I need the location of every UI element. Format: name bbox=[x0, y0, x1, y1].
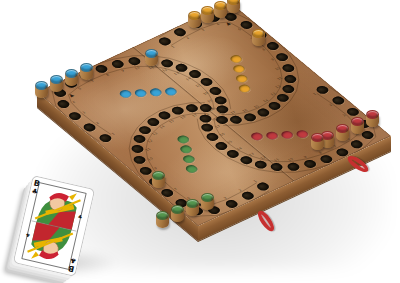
track-hole bbox=[228, 115, 245, 125]
track-hole bbox=[275, 93, 292, 103]
peg-cap-red bbox=[366, 110, 379, 119]
yellow-peg[interactable] bbox=[188, 11, 201, 28]
track-hole bbox=[242, 112, 259, 122]
track-number: 11 bbox=[273, 158, 280, 162]
yellow-peg[interactable] bbox=[214, 1, 227, 18]
finish-hole-yellow bbox=[228, 54, 245, 64]
product-photo-scene: 123456789101112131415161718▲123456789101… bbox=[0, 0, 400, 283]
track-hole bbox=[349, 139, 366, 149]
yellow-peg[interactable] bbox=[201, 6, 214, 23]
peg-cap-blue bbox=[145, 49, 158, 58]
track-hole bbox=[280, 84, 297, 94]
track-number: 2 bbox=[238, 189, 243, 192]
track-number: 11 bbox=[276, 76, 283, 80]
track-hole bbox=[280, 63, 297, 73]
peg-cap-blue bbox=[80, 63, 93, 72]
track-number: 12 bbox=[274, 85, 281, 89]
track-number: 10 bbox=[147, 157, 154, 161]
red-peg[interactable] bbox=[351, 117, 364, 134]
track-number: 2 bbox=[95, 121, 100, 124]
track-number: 14 bbox=[236, 147, 243, 151]
peg-cap-blue bbox=[65, 69, 78, 78]
green-peg[interactable] bbox=[171, 205, 184, 222]
green-peg[interactable] bbox=[186, 199, 199, 216]
board-fold-seam bbox=[132, 47, 295, 182]
peg-cap-green bbox=[201, 193, 214, 202]
track-number: 16 bbox=[179, 115, 186, 119]
finish-hole-blue bbox=[163, 86, 180, 96]
track-hole bbox=[93, 64, 110, 74]
finish-hole-blue bbox=[148, 87, 165, 97]
finish-hole-yellow bbox=[234, 73, 251, 83]
track-number: 7 bbox=[90, 80, 95, 83]
track-number: 16 bbox=[242, 109, 249, 113]
track-number: 4 bbox=[216, 23, 221, 26]
track-number: 8 bbox=[105, 73, 110, 76]
green-peg[interactable] bbox=[201, 193, 214, 210]
track-number: 12 bbox=[161, 68, 168, 72]
track-hole bbox=[285, 162, 302, 172]
finish-hole-green bbox=[181, 154, 198, 164]
peg-cap-red bbox=[351, 117, 364, 126]
peg-cap-green bbox=[156, 211, 169, 220]
track-number: 9 bbox=[270, 58, 275, 61]
yellow-peg[interactable] bbox=[252, 29, 265, 46]
green-peg[interactable] bbox=[152, 171, 165, 188]
red-peg[interactable] bbox=[311, 133, 324, 150]
track-number: 14 bbox=[185, 77, 192, 81]
track-hole bbox=[255, 181, 272, 191]
track-number: 6 bbox=[237, 28, 242, 31]
track-number: 9 bbox=[120, 69, 125, 72]
track-hole bbox=[282, 74, 299, 84]
finish-hole-green bbox=[178, 144, 195, 154]
peg-cap-red bbox=[336, 124, 349, 133]
track-number: 7 bbox=[333, 145, 338, 148]
track-number: 1 bbox=[170, 45, 175, 48]
track-hole bbox=[265, 41, 282, 51]
blue-peg[interactable] bbox=[50, 75, 63, 92]
red-peg[interactable] bbox=[336, 124, 349, 141]
red-peg[interactable] bbox=[366, 110, 379, 127]
track-number: 9 bbox=[153, 167, 158, 170]
peg-cap-green bbox=[171, 205, 184, 214]
track-number: 16 bbox=[219, 132, 226, 136]
green-peg[interactable] bbox=[156, 211, 169, 228]
track-number: 2 bbox=[328, 103, 333, 106]
track-number: 17 bbox=[207, 99, 214, 103]
track-hole bbox=[159, 58, 176, 68]
track-hole bbox=[302, 159, 319, 169]
finish-hole-red bbox=[264, 130, 281, 140]
track-number: 13 bbox=[151, 132, 158, 136]
track-number: 14 bbox=[159, 125, 166, 129]
peg-cap-blue bbox=[35, 81, 48, 90]
peg-cap-yellow bbox=[188, 11, 201, 20]
track-hole bbox=[97, 133, 114, 143]
blue-peg[interactable] bbox=[35, 81, 48, 98]
finish-hole-red bbox=[294, 129, 311, 139]
peg-cap-yellow bbox=[201, 6, 214, 15]
peg-cap-yellow bbox=[252, 29, 265, 38]
track-number: 7 bbox=[173, 187, 178, 190]
track-number: 12 bbox=[147, 139, 154, 143]
peg-cap-green bbox=[152, 171, 165, 180]
track-hole bbox=[330, 95, 347, 105]
track-hole bbox=[131, 134, 148, 144]
track-number: 13 bbox=[270, 92, 277, 96]
track-hole bbox=[126, 56, 143, 66]
finish-hole-yellow bbox=[236, 83, 253, 93]
track-number: 6 bbox=[77, 87, 82, 90]
track-number: 17 bbox=[191, 113, 198, 117]
track-hole bbox=[266, 101, 283, 111]
track-number: 11 bbox=[148, 66, 155, 70]
track-number: 4 bbox=[71, 100, 76, 103]
track-number: 16 bbox=[202, 91, 209, 95]
finish-hole-red bbox=[279, 130, 296, 140]
blue-peg[interactable] bbox=[145, 49, 158, 66]
finish-hole-red bbox=[249, 131, 266, 141]
track-hole bbox=[184, 103, 201, 113]
track-number: 9 bbox=[303, 156, 308, 159]
track-number: 14 bbox=[263, 99, 270, 103]
track-number: 3 bbox=[223, 196, 228, 199]
track-number: 1 bbox=[111, 132, 116, 135]
track-number: 15 bbox=[253, 105, 260, 109]
track-number: 3 bbox=[81, 111, 86, 114]
track-hole bbox=[207, 86, 224, 96]
track-hole bbox=[253, 159, 270, 169]
track-number: 10 bbox=[287, 158, 294, 162]
track-hole bbox=[131, 155, 148, 165]
track-hole bbox=[81, 122, 98, 132]
track-hole bbox=[238, 155, 255, 165]
track-number: 15 bbox=[226, 140, 233, 144]
track-number: 10 bbox=[134, 66, 141, 70]
track-hole bbox=[318, 154, 335, 164]
peg-cap-yellow bbox=[214, 1, 227, 10]
track-number: 2 bbox=[185, 36, 190, 39]
finish-hole-blue bbox=[117, 89, 134, 99]
finish-hole-green bbox=[175, 134, 192, 144]
track-hole bbox=[110, 59, 127, 69]
track-number: 3 bbox=[342, 114, 347, 117]
finish-hole-green bbox=[183, 164, 200, 174]
peg-cap-green bbox=[186, 199, 199, 208]
track-number: 18 bbox=[217, 111, 224, 115]
track-hole bbox=[274, 52, 291, 62]
track-number: 1 bbox=[253, 180, 258, 183]
track-number: 10 bbox=[274, 67, 281, 71]
track-number: 13 bbox=[173, 72, 180, 76]
track-number: 15 bbox=[195, 84, 202, 88]
track-hole bbox=[212, 95, 229, 105]
finish-hole-yellow bbox=[231, 64, 248, 74]
track-number: 17 bbox=[214, 125, 221, 129]
track-number: 1 bbox=[313, 93, 318, 96]
track-number: 17 bbox=[230, 111, 237, 115]
track-hole bbox=[199, 122, 216, 132]
blue-peg[interactable] bbox=[80, 63, 93, 80]
start-marker: ▲ bbox=[224, 21, 231, 26]
track-hole bbox=[240, 191, 257, 201]
track-hole bbox=[345, 107, 362, 117]
track-number: 15 bbox=[168, 119, 175, 123]
start-marker: ▲ bbox=[68, 93, 75, 98]
track-number: 13 bbox=[248, 152, 255, 156]
peg-cap-blue bbox=[50, 75, 63, 84]
peg-cap-red bbox=[311, 133, 324, 142]
track-hole bbox=[129, 144, 146, 154]
track-number: 8 bbox=[318, 151, 323, 154]
track-number: 11 bbox=[145, 148, 152, 152]
track-number: 8 bbox=[261, 48, 266, 51]
yellow-peg[interactable] bbox=[227, 0, 240, 13]
blue-peg[interactable] bbox=[65, 69, 78, 86]
finish-hole-blue bbox=[132, 88, 149, 98]
track-number: 3 bbox=[200, 28, 205, 31]
track-hole bbox=[255, 107, 272, 117]
